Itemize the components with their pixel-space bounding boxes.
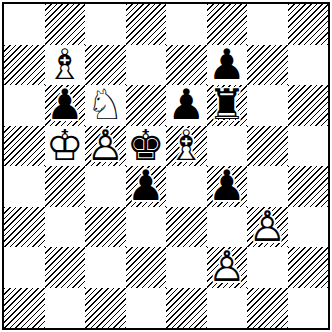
white-pawn: ♙ xyxy=(247,207,288,248)
square-e3[interactable] xyxy=(166,207,207,248)
square-h1[interactable] xyxy=(288,288,329,329)
square-d2[interactable] xyxy=(126,247,167,288)
square-d6[interactable] xyxy=(126,85,167,126)
square-e1[interactable] xyxy=(166,288,207,329)
square-g4[interactable] xyxy=(247,166,288,207)
white-king: ♔ xyxy=(45,126,86,167)
square-a2[interactable] xyxy=(4,247,45,288)
square-c1[interactable] xyxy=(85,288,126,329)
square-c4[interactable] xyxy=(85,166,126,207)
square-b3[interactable] xyxy=(45,207,86,248)
square-g1[interactable] xyxy=(247,288,288,329)
square-d7[interactable] xyxy=(126,45,167,86)
square-a7[interactable] xyxy=(4,45,45,86)
square-a3[interactable] xyxy=(4,207,45,248)
square-c3[interactable] xyxy=(85,207,126,248)
square-c5[interactable]: ♟♙ xyxy=(85,126,126,167)
white-pawn: ♙ xyxy=(85,126,126,167)
square-f6[interactable]: ♜ xyxy=(207,85,248,126)
square-a8[interactable] xyxy=(4,4,45,45)
square-f7[interactable]: ♟ xyxy=(207,45,248,86)
white-bishop: ♗ xyxy=(45,45,86,86)
square-h5[interactable] xyxy=(288,126,329,167)
square-g6[interactable] xyxy=(247,85,288,126)
square-d3[interactable] xyxy=(126,207,167,248)
square-b4[interactable] xyxy=(45,166,86,207)
black-rook: ♜ xyxy=(207,85,248,126)
black-pawn: ♟ xyxy=(207,45,248,86)
square-g8[interactable] xyxy=(247,4,288,45)
square-d8[interactable] xyxy=(126,4,167,45)
white-knight: ♘ xyxy=(85,85,126,126)
square-d5[interactable]: ♚ xyxy=(126,126,167,167)
white-pawn-backing: ♟ xyxy=(207,247,248,288)
square-g7[interactable] xyxy=(247,45,288,86)
black-pawn: ♟ xyxy=(126,166,167,207)
black-pawn: ♟ xyxy=(207,166,248,207)
square-h6[interactable] xyxy=(288,85,329,126)
white-king-backing: ♚ xyxy=(45,126,86,167)
square-b7[interactable]: ♝♗ xyxy=(45,45,86,86)
square-c7[interactable] xyxy=(85,45,126,86)
square-e5[interactable]: ♝♗ xyxy=(166,126,207,167)
square-a5[interactable] xyxy=(4,126,45,167)
square-h3[interactable] xyxy=(288,207,329,248)
black-king: ♚ xyxy=(126,126,167,167)
chess-board: ♝♗♟♟♞♘♟♜♚♔♟♙♚♝♗♟♟♟♙♟♙ xyxy=(4,4,328,328)
square-e6[interactable]: ♟ xyxy=(166,85,207,126)
square-a1[interactable] xyxy=(4,288,45,329)
square-b5[interactable]: ♚♔ xyxy=(45,126,86,167)
square-f8[interactable] xyxy=(207,4,248,45)
square-f2[interactable]: ♟♙ xyxy=(207,247,248,288)
white-pawn-backing: ♟ xyxy=(85,126,126,167)
square-h8[interactable] xyxy=(288,4,329,45)
square-b8[interactable] xyxy=(45,4,86,45)
board-frame: ♝♗♟♟♞♘♟♜♚♔♟♙♚♝♗♟♟♟♙♟♙ xyxy=(2,2,330,330)
white-bishop-backing: ♝ xyxy=(45,45,86,86)
square-f5[interactable] xyxy=(207,126,248,167)
square-e4[interactable] xyxy=(166,166,207,207)
white-bishop: ♗ xyxy=(166,126,207,167)
square-f1[interactable] xyxy=(207,288,248,329)
black-pawn: ♟ xyxy=(166,85,207,126)
white-knight-backing: ♞ xyxy=(85,85,126,126)
square-f4[interactable]: ♟ xyxy=(207,166,248,207)
square-b6[interactable]: ♟ xyxy=(45,85,86,126)
square-h7[interactable] xyxy=(288,45,329,86)
square-b2[interactable] xyxy=(45,247,86,288)
square-g5[interactable] xyxy=(247,126,288,167)
square-d4[interactable]: ♟ xyxy=(126,166,167,207)
square-g2[interactable] xyxy=(247,247,288,288)
square-e7[interactable] xyxy=(166,45,207,86)
square-d1[interactable] xyxy=(126,288,167,329)
square-f3[interactable] xyxy=(207,207,248,248)
white-bishop-backing: ♝ xyxy=(166,126,207,167)
square-h4[interactable] xyxy=(288,166,329,207)
square-h2[interactable] xyxy=(288,247,329,288)
black-pawn: ♟ xyxy=(45,85,86,126)
square-c6[interactable]: ♞♘ xyxy=(85,85,126,126)
square-b1[interactable] xyxy=(45,288,86,329)
square-c2[interactable] xyxy=(85,247,126,288)
square-e2[interactable] xyxy=(166,247,207,288)
square-a6[interactable] xyxy=(4,85,45,126)
square-c8[interactable] xyxy=(85,4,126,45)
white-pawn-backing: ♟ xyxy=(247,207,288,248)
square-e8[interactable] xyxy=(166,4,207,45)
square-a4[interactable] xyxy=(4,166,45,207)
chess-diagram: ♝♗♟♟♞♘♟♜♚♔♟♙♚♝♗♟♟♟♙♟♙ xyxy=(0,0,332,332)
square-g3[interactable]: ♟♙ xyxy=(247,207,288,248)
white-pawn: ♙ xyxy=(207,247,248,288)
